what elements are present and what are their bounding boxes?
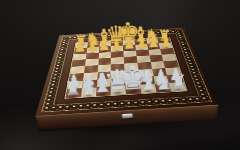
gold-pawn: ♟ — [160, 35, 173, 49]
square-c7: ♟ — [99, 46, 111, 52]
gold-pawn: ♟ — [73, 40, 86, 54]
square-h7: ♟ — [159, 42, 173, 48]
square-h1: ♜ — [169, 82, 186, 91]
board-field: ♜♞♝♛♚♝♞♜♟♟♟♟♟♟♟♟♟♟♟♟♟♟♟♟♜♞♝♛♚♝♞♜ — [64, 37, 187, 99]
gold-pawn: ♟ — [135, 37, 148, 51]
square-f7: ♟ — [135, 44, 148, 50]
photo-scene: ♜♞♝♛♚♝♞♜♟♟♟♟♟♟♟♟♟♟♟♟♟♟♟♟♜♞♝♛♚♝♞♜ — [0, 0, 240, 150]
gold-pawn: ♟ — [110, 38, 123, 52]
square-a7: ♟ — [74, 48, 87, 55]
gold-pawn: ♟ — [98, 39, 111, 53]
silver-rook: ♜ — [170, 72, 188, 92]
square-g7: ♟ — [147, 43, 160, 49]
chess-case: ♜♞♝♛♚♝♞♜♟♟♟♟♟♟♟♟♟♟♟♟♟♟♟♟♜♞♝♛♚♝♞♜ — [39, 41, 216, 132]
square-g1: ♞ — [155, 83, 172, 92]
square-d7: ♟ — [111, 45, 123, 51]
gold-pawn: ♟ — [147, 36, 160, 50]
square-e7: ♟ — [123, 45, 136, 51]
gold-pawn: ♟ — [123, 37, 136, 51]
drawer-latch — [122, 113, 133, 118]
gold-pawn: ♟ — [86, 40, 99, 54]
